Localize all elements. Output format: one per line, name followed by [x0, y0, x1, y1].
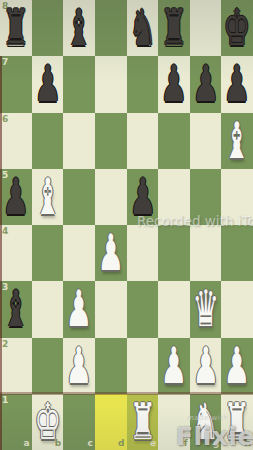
file-label-f: f	[184, 439, 188, 448]
square-a2[interactable]: 2	[0, 338, 32, 394]
square-h6[interactable]: ♝	[221, 113, 253, 169]
square-a7[interactable]: 7	[0, 56, 32, 112]
square-f1[interactable]: f	[158, 394, 190, 450]
square-g5[interactable]	[190, 169, 222, 225]
rank-label-1: 1	[2, 396, 8, 405]
rank-label-7: 7	[2, 58, 8, 67]
square-d8[interactable]	[95, 0, 127, 56]
square-e3[interactable]	[127, 281, 159, 337]
file-label-a: a	[24, 439, 30, 448]
chess-board: 8♜♝♞♜♚7♟♟♟♟6♝5♟♝♟4♟3♝♟♛2♟♟♟♟1ab♚cde♜fg♞h…	[0, 0, 253, 450]
piece-white-rook-e1[interactable]: ♜	[126, 373, 159, 450]
square-b3[interactable]	[32, 281, 64, 337]
rank-label-4: 4	[2, 227, 8, 236]
square-d7[interactable]	[95, 56, 127, 112]
square-e4[interactable]	[127, 225, 159, 281]
square-e7[interactable]	[127, 56, 159, 112]
square-f6[interactable]	[158, 113, 190, 169]
square-a8[interactable]: 8♜	[0, 0, 32, 56]
rank-label-6: 6	[2, 115, 8, 124]
square-c2[interactable]: ♟	[63, 338, 95, 394]
piece-white-rook-h1[interactable]: ♜	[221, 373, 253, 450]
square-d6[interactable]	[95, 113, 127, 169]
square-b1[interactable]: b♚	[32, 394, 64, 450]
chess-app-frame: 8♜♝♞♜♚7♟♟♟♟6♝5♟♝♟4♟3♝♟♛2♟♟♟♟1ab♚cde♜fg♞h…	[0, 0, 253, 450]
square-d3[interactable]	[95, 281, 127, 337]
square-b5[interactable]: ♝	[32, 169, 64, 225]
file-label-d: d	[118, 439, 124, 448]
square-c8[interactable]: ♝	[63, 0, 95, 56]
square-a5[interactable]: 5♟	[0, 169, 32, 225]
square-h5[interactable]	[221, 169, 253, 225]
square-g1[interactable]: g♞	[190, 394, 222, 450]
square-c6[interactable]	[63, 113, 95, 169]
square-c1[interactable]: c	[63, 394, 95, 450]
square-f7[interactable]: ♟	[158, 56, 190, 112]
square-e1[interactable]: e♜	[127, 394, 159, 450]
square-d4[interactable]: ♟	[95, 225, 127, 281]
rank-label-2: 2	[2, 340, 8, 349]
square-d2[interactable]	[95, 338, 127, 394]
square-f4[interactable]	[158, 225, 190, 281]
square-d1[interactable]: d	[95, 394, 127, 450]
square-a1[interactable]: 1a	[0, 394, 32, 450]
square-e5[interactable]: ♟	[127, 169, 159, 225]
square-c7[interactable]	[63, 56, 95, 112]
piece-white-king-b1[interactable]: ♚	[31, 373, 64, 450]
square-h1[interactable]: h♜	[221, 394, 253, 450]
square-e8[interactable]: ♞	[127, 0, 159, 56]
file-label-c: c	[88, 439, 93, 448]
square-g6[interactable]	[190, 113, 222, 169]
square-f2[interactable]: ♟	[158, 338, 190, 394]
square-a3[interactable]: 3♝	[0, 281, 32, 337]
square-b4[interactable]	[32, 225, 64, 281]
square-f5[interactable]	[158, 169, 190, 225]
square-b7[interactable]: ♟	[32, 56, 64, 112]
square-g7[interactable]: ♟	[190, 56, 222, 112]
square-c5[interactable]	[63, 169, 95, 225]
square-h4[interactable]	[221, 225, 253, 281]
piece-white-knight-g1[interactable]: ♞	[189, 373, 222, 450]
